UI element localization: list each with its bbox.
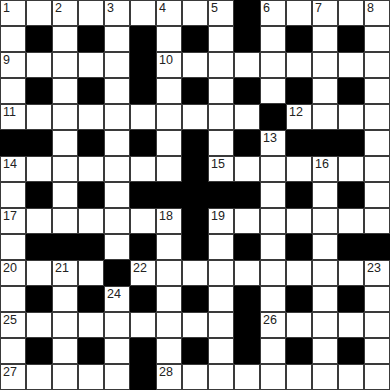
grid-cell[interactable]: [156, 338, 182, 364]
grid-cell[interactable]: [104, 312, 130, 338]
grid-cell[interactable]: [312, 78, 338, 104]
grid-cell[interactable]: [0, 26, 26, 52]
grid-cell[interactable]: [260, 260, 286, 286]
grid-cell[interactable]: [182, 0, 208, 26]
grid-cell[interactable]: [364, 208, 390, 234]
grid-cell[interactable]: [156, 312, 182, 338]
grid-cell[interactable]: [26, 0, 52, 26]
grid-cell[interactable]: [208, 312, 234, 338]
grid-cell[interactable]: [156, 104, 182, 130]
grid-cell[interactable]: [286, 156, 312, 182]
grid-cell[interactable]: [312, 286, 338, 312]
grid-cell[interactable]: [0, 182, 26, 208]
grid-cell[interactable]: [312, 260, 338, 286]
clue-number: 21: [55, 261, 69, 275]
grid-cell[interactable]: [234, 364, 260, 390]
grid-cell[interactable]: 13: [260, 130, 286, 156]
grid-cell[interactable]: [0, 286, 26, 312]
grid-cell[interactable]: 5: [208, 0, 234, 26]
black-cell: [26, 234, 52, 260]
grid-cell[interactable]: [364, 338, 390, 364]
black-cell: [338, 78, 364, 104]
black-cell: [78, 234, 104, 260]
black-cell: [130, 234, 156, 260]
black-cell: [286, 130, 312, 156]
grid-cell[interactable]: [156, 156, 182, 182]
grid-cell[interactable]: 18: [156, 208, 182, 234]
crossword-board: 1234567891011121314151617181920212223242…: [0, 0, 390, 390]
grid-cell[interactable]: [52, 286, 78, 312]
grid-cell[interactable]: [0, 338, 26, 364]
black-cell: [234, 312, 260, 338]
clue-number: 23: [367, 261, 381, 275]
grid-cell[interactable]: 15: [208, 156, 234, 182]
grid-cell[interactable]: [52, 312, 78, 338]
black-cell: [234, 26, 260, 52]
black-cell: [234, 338, 260, 364]
grid-cell[interactable]: [234, 156, 260, 182]
grid-cell[interactable]: 11: [0, 104, 26, 130]
black-cell: [338, 234, 364, 260]
clue-number: 20: [3, 261, 17, 275]
grid-cell[interactable]: [0, 78, 26, 104]
black-cell: [286, 26, 312, 52]
grid-cell[interactable]: [78, 52, 104, 78]
grid-cell[interactable]: [312, 208, 338, 234]
grid-cell[interactable]: [260, 234, 286, 260]
grid-cell[interactable]: 9: [0, 52, 26, 78]
grid-cell[interactable]: [208, 364, 234, 390]
clue-number: 22: [133, 261, 147, 275]
grid-cell[interactable]: 8: [364, 0, 390, 26]
black-cell: [52, 234, 78, 260]
grid-cell[interactable]: [104, 78, 130, 104]
grid-cell[interactable]: [260, 208, 286, 234]
grid-cell[interactable]: 28: [156, 364, 182, 390]
grid-cell[interactable]: [156, 286, 182, 312]
black-cell: [338, 130, 364, 156]
black-cell: [130, 26, 156, 52]
grid-cell[interactable]: [104, 26, 130, 52]
black-cell: [338, 286, 364, 312]
grid-cell[interactable]: [312, 26, 338, 52]
grid-cell[interactable]: [312, 234, 338, 260]
grid-cell[interactable]: [52, 104, 78, 130]
clue-number: 5: [211, 1, 218, 15]
grid-cell[interactable]: [104, 364, 130, 390]
grid-cell[interactable]: [364, 364, 390, 390]
grid-cell[interactable]: [260, 26, 286, 52]
black-cell: [130, 52, 156, 78]
black-cell: [364, 234, 390, 260]
grid-cell[interactable]: [286, 312, 312, 338]
grid-cell[interactable]: 23: [364, 260, 390, 286]
grid-cell[interactable]: [104, 234, 130, 260]
grid-cell[interactable]: [52, 364, 78, 390]
grid-cell[interactable]: 16: [312, 156, 338, 182]
black-cell: [182, 182, 208, 208]
grid-cell[interactable]: [234, 52, 260, 78]
grid-cell[interactable]: [312, 104, 338, 130]
black-cell: [182, 26, 208, 52]
grid-cell[interactable]: [104, 52, 130, 78]
clue-number: 1: [3, 1, 10, 15]
black-cell: [26, 182, 52, 208]
grid-cell[interactable]: [338, 312, 364, 338]
black-cell: [338, 26, 364, 52]
grid-cell[interactable]: [364, 104, 390, 130]
grid-cell[interactable]: [312, 364, 338, 390]
black-cell: [182, 78, 208, 104]
grid-cell[interactable]: [156, 260, 182, 286]
black-cell: [182, 286, 208, 312]
grid-cell[interactable]: [208, 286, 234, 312]
grid-cell[interactable]: [182, 312, 208, 338]
grid-cell[interactable]: [234, 208, 260, 234]
grid-cell[interactable]: [338, 104, 364, 130]
clue-number: 24: [107, 287, 121, 301]
grid-cell[interactable]: [130, 0, 156, 26]
grid-cell[interactable]: [338, 208, 364, 234]
clue-number: 25: [3, 313, 17, 327]
grid-cell[interactable]: [52, 52, 78, 78]
clue-number: 8: [367, 1, 374, 15]
grid-cell[interactable]: [208, 234, 234, 260]
grid-cell[interactable]: [364, 130, 390, 156]
grid-cell[interactable]: [78, 208, 104, 234]
black-cell: [338, 338, 364, 364]
clue-number: 14: [3, 157, 17, 171]
black-cell: [78, 182, 104, 208]
grid-cell[interactable]: 6: [260, 0, 286, 26]
grid-cell[interactable]: [182, 52, 208, 78]
black-cell: [312, 130, 338, 156]
black-cell: [0, 130, 26, 156]
clue-number: 9: [3, 53, 10, 67]
grid-cell[interactable]: [208, 52, 234, 78]
grid-cell[interactable]: [130, 104, 156, 130]
clue-number: 13: [263, 131, 277, 145]
grid-cell[interactable]: [286, 0, 312, 26]
black-cell: [182, 208, 208, 234]
grid-cell[interactable]: [364, 156, 390, 182]
grid-cell[interactable]: 19: [208, 208, 234, 234]
clue-number: 19: [211, 209, 225, 223]
grid-cell[interactable]: [26, 52, 52, 78]
grid-cell[interactable]: [260, 78, 286, 104]
grid-cell[interactable]: [52, 130, 78, 156]
grid-cell[interactable]: [338, 156, 364, 182]
grid-cell[interactable]: 21: [52, 260, 78, 286]
grid-cell[interactable]: [104, 182, 130, 208]
grid-cell[interactable]: [52, 26, 78, 52]
grid-cell[interactable]: [52, 182, 78, 208]
black-cell: [338, 182, 364, 208]
grid-cell[interactable]: [78, 260, 104, 286]
black-cell: [130, 364, 156, 390]
grid-cell[interactable]: [104, 208, 130, 234]
grid-cell[interactable]: [286, 364, 312, 390]
grid-cell[interactable]: 12: [286, 104, 312, 130]
grid-cell[interactable]: [364, 78, 390, 104]
clue-number: 27: [3, 365, 17, 379]
grid-cell[interactable]: [78, 156, 104, 182]
grid-cell[interactable]: [52, 208, 78, 234]
clue-number: 7: [315, 1, 322, 15]
grid-cell[interactable]: [78, 312, 104, 338]
grid-cell[interactable]: [364, 286, 390, 312]
grid-cell[interactable]: [78, 104, 104, 130]
grid-cell[interactable]: [234, 260, 260, 286]
grid-cell[interactable]: [104, 104, 130, 130]
black-cell: [286, 78, 312, 104]
grid-cell[interactable]: [0, 234, 26, 260]
black-cell: [182, 338, 208, 364]
grid-cell[interactable]: 14: [0, 156, 26, 182]
grid-cell[interactable]: [260, 156, 286, 182]
black-cell: [104, 260, 130, 286]
grid-cell[interactable]: [338, 260, 364, 286]
grid-cell[interactable]: [104, 338, 130, 364]
grid-cell[interactable]: [286, 260, 312, 286]
grid-cell[interactable]: [52, 78, 78, 104]
black-cell: [234, 234, 260, 260]
grid-cell[interactable]: 1: [0, 0, 26, 26]
black-cell: [156, 182, 182, 208]
black-cell: [26, 338, 52, 364]
black-cell: [286, 338, 312, 364]
black-cell: [78, 130, 104, 156]
grid-cell[interactable]: [208, 78, 234, 104]
black-cell: [130, 78, 156, 104]
grid-cell[interactable]: [156, 130, 182, 156]
grid-cell[interactable]: [260, 52, 286, 78]
black-cell: [78, 338, 104, 364]
grid-cell[interactable]: [208, 26, 234, 52]
grid-cell[interactable]: [364, 312, 390, 338]
grid-cell[interactable]: [338, 0, 364, 26]
black-cell: [26, 286, 52, 312]
grid-cell[interactable]: [156, 26, 182, 52]
clue-number: 2: [55, 1, 62, 15]
grid-cell[interactable]: [312, 312, 338, 338]
clue-number: 4: [159, 1, 166, 15]
grid-cell[interactable]: [26, 364, 52, 390]
clue-number: 11: [3, 105, 16, 119]
black-cell: [234, 130, 260, 156]
grid-cell[interactable]: [26, 156, 52, 182]
grid-cell[interactable]: 17: [0, 208, 26, 234]
grid-cell[interactable]: [260, 286, 286, 312]
clue-number: 15: [211, 157, 225, 171]
grid-cell[interactable]: [338, 52, 364, 78]
grid-cell[interactable]: 7: [312, 0, 338, 26]
clue-number: 16: [315, 157, 329, 171]
grid-cell[interactable]: [130, 156, 156, 182]
black-cell: [182, 130, 208, 156]
black-cell: [182, 156, 208, 182]
grid-cell[interactable]: [156, 234, 182, 260]
black-cell: [234, 182, 260, 208]
black-cell: [78, 26, 104, 52]
grid-cell[interactable]: [182, 104, 208, 130]
black-cell: [130, 338, 156, 364]
black-cell: [130, 286, 156, 312]
grid-cell[interactable]: [26, 104, 52, 130]
grid-cell[interactable]: [312, 338, 338, 364]
grid-cell[interactable]: [208, 338, 234, 364]
clue-number: 10: [159, 53, 173, 67]
grid-cell[interactable]: [130, 312, 156, 338]
grid-cell[interactable]: [364, 26, 390, 52]
grid-cell[interactable]: [26, 260, 52, 286]
black-cell: [286, 286, 312, 312]
black-cell: [78, 78, 104, 104]
grid-cell[interactable]: 26: [260, 312, 286, 338]
black-cell: [208, 182, 234, 208]
grid-cell[interactable]: [286, 52, 312, 78]
black-cell: [286, 234, 312, 260]
grid-cell[interactable]: 2: [52, 0, 78, 26]
grid-cell[interactable]: [364, 52, 390, 78]
grid-cell[interactable]: [312, 182, 338, 208]
grid-cell[interactable]: 10: [156, 52, 182, 78]
grid-cell[interactable]: 4: [156, 0, 182, 26]
black-cell: [26, 78, 52, 104]
black-cell: [26, 130, 52, 156]
grid-cell[interactable]: [26, 208, 52, 234]
grid-cell[interactable]: 20: [0, 260, 26, 286]
clue-number: 28: [159, 365, 173, 379]
grid-cell[interactable]: 24: [104, 286, 130, 312]
black-cell: [130, 130, 156, 156]
grid-cell[interactable]: [78, 0, 104, 26]
grid-cell[interactable]: [52, 156, 78, 182]
grid-cell[interactable]: [182, 260, 208, 286]
grid-cell[interactable]: [26, 312, 52, 338]
grid-cell[interactable]: [208, 104, 234, 130]
grid-cell[interactable]: [208, 260, 234, 286]
grid-cell[interactable]: [312, 52, 338, 78]
grid-cell[interactable]: [234, 104, 260, 130]
grid-cell[interactable]: [156, 78, 182, 104]
grid-cell[interactable]: 27: [0, 364, 26, 390]
black-cell: [78, 286, 104, 312]
black-cell: [26, 26, 52, 52]
clue-number: 3: [107, 1, 114, 15]
grid-cell[interactable]: [260, 338, 286, 364]
grid-cell[interactable]: [260, 182, 286, 208]
grid-cell[interactable]: [208, 130, 234, 156]
black-cell: [234, 286, 260, 312]
grid-cell[interactable]: [338, 364, 364, 390]
clue-number: 12: [289, 105, 303, 119]
clue-number: 18: [159, 209, 173, 223]
clue-number: 26: [263, 313, 277, 327]
grid-cell[interactable]: [286, 208, 312, 234]
grid-cell[interactable]: [364, 182, 390, 208]
black-cell: [234, 0, 260, 26]
grid-cell[interactable]: [52, 338, 78, 364]
grid-cell[interactable]: [104, 156, 130, 182]
grid-cell[interactable]: [78, 364, 104, 390]
black-cell: [286, 182, 312, 208]
black-cell: [182, 234, 208, 260]
grid-cell[interactable]: [104, 130, 130, 156]
black-cell: [234, 78, 260, 104]
grid-cell[interactable]: [182, 364, 208, 390]
black-cell: [260, 104, 286, 130]
black-cell: [130, 182, 156, 208]
grid-cell[interactable]: [260, 364, 286, 390]
clue-number: 6: [263, 1, 270, 15]
clue-number: 17: [3, 209, 17, 223]
grid-cell[interactable]: 3: [104, 0, 130, 26]
grid-cell[interactable]: [130, 208, 156, 234]
grid-cell[interactable]: 22: [130, 260, 156, 286]
grid-cell[interactable]: 25: [0, 312, 26, 338]
